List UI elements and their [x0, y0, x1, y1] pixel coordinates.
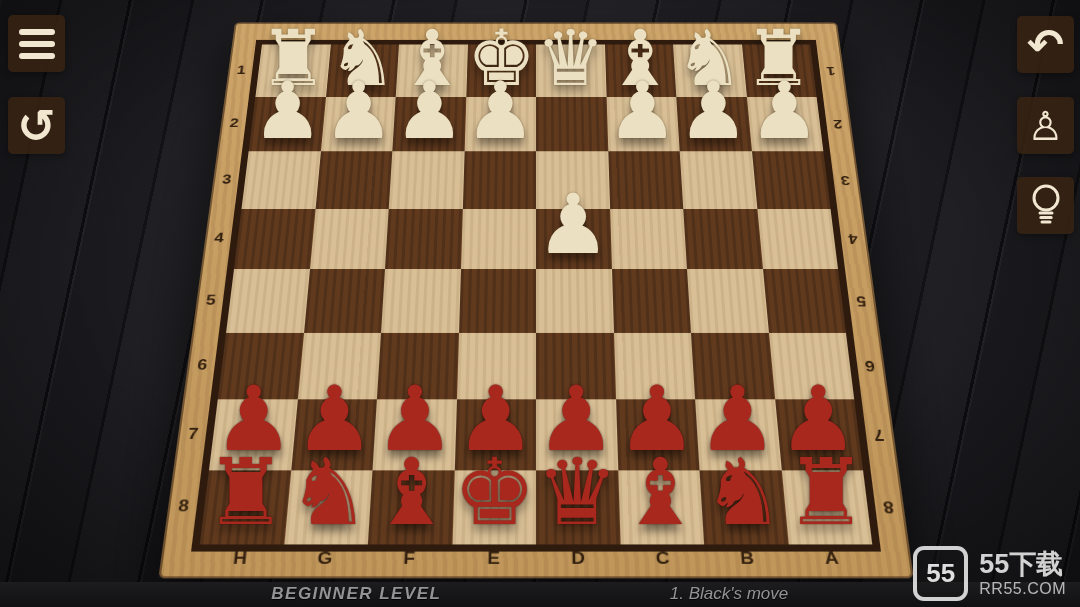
coordinate-label: 5	[855, 292, 867, 309]
rotate-ccw-icon: ↺	[17, 99, 56, 153]
piece-white-pawn[interactable]: ♟	[749, 72, 820, 151]
piece-black-rook[interactable]: ♜	[785, 446, 868, 538]
coordinate-label: 7	[187, 425, 200, 444]
square[interactable]	[385, 209, 462, 269]
square[interactable]	[610, 209, 687, 269]
undo-button[interactable]: ↶	[1017, 16, 1074, 73]
piece-white-pawn[interactable]: ♟	[465, 72, 536, 151]
piece-black-queen[interactable]: ♛	[536, 446, 619, 538]
piece-white-queen[interactable]: ♛	[536, 20, 605, 97]
hamburger-icon	[19, 29, 55, 59]
square[interactable]	[612, 269, 691, 332]
square[interactable]	[226, 269, 309, 332]
choose-side-button[interactable]: ♙	[1017, 97, 1074, 154]
restart-button[interactable]: ↺	[8, 97, 65, 154]
coordinate-label: 8	[177, 497, 190, 517]
square[interactable]	[680, 151, 757, 208]
square[interactable]	[462, 151, 536, 208]
coordinate-label: 8	[882, 497, 895, 517]
coordinate-label: 4	[213, 231, 224, 247]
menu-button[interactable]	[8, 15, 65, 72]
square[interactable]	[234, 209, 315, 269]
pawn-icon: ♙	[1028, 103, 1064, 149]
piece-white-pawn[interactable]: ♟	[678, 72, 749, 151]
piece-black-knight[interactable]: ♞	[287, 446, 370, 538]
coordinate-label: H	[232, 549, 248, 570]
square[interactable]	[242, 151, 321, 208]
lightbulb-icon	[1029, 183, 1063, 229]
coordinate-label: G	[316, 549, 332, 570]
square[interactable]	[304, 269, 385, 332]
watermark: 55 55下载 RR55.COM	[913, 546, 1066, 601]
piece-black-bishop[interactable]: ♝	[619, 446, 702, 538]
coordinate-label: 4	[847, 231, 858, 247]
square[interactable]	[315, 151, 392, 208]
square[interactable]	[310, 209, 389, 269]
coordinate-label: F	[403, 549, 416, 570]
square[interactable]	[536, 269, 613, 332]
coordinate-label: A	[824, 549, 840, 570]
piece-white-pawn[interactable]: ♟	[394, 72, 465, 151]
piece-white-pawn[interactable]: ♟	[607, 72, 678, 151]
hint-button[interactable]	[1017, 177, 1074, 234]
coordinate-label: 1	[825, 63, 836, 77]
coordinate-label: 2	[832, 116, 843, 130]
coordinate-label: 2	[229, 116, 240, 130]
square[interactable]	[459, 269, 536, 332]
difficulty-level-label: BEGINNER LEVEL	[271, 584, 441, 604]
coordinate-label: 3	[221, 172, 232, 187]
coordinate-label: C	[655, 549, 670, 570]
coordinate-label: 3	[840, 172, 851, 187]
coordinate-label: D	[571, 549, 585, 570]
coordinate-label: 7	[873, 425, 886, 444]
piece-black-rook[interactable]: ♜	[205, 446, 288, 538]
square[interactable]	[536, 97, 608, 152]
piece-white-pawn[interactable]: ♟	[323, 72, 394, 151]
square[interactable]	[608, 151, 683, 208]
square[interactable]	[752, 151, 831, 208]
square[interactable]	[461, 209, 537, 269]
coordinate-label: 1	[236, 63, 247, 77]
coordinate-label: 6	[196, 357, 208, 375]
watermark-domain: RR55.COM	[979, 580, 1066, 598]
undo-icon: ↶	[1027, 19, 1064, 70]
square[interactable]	[683, 209, 762, 269]
piece-black-bishop[interactable]: ♝	[370, 446, 453, 538]
coordinate-label: 5	[205, 292, 217, 309]
square[interactable]	[687, 269, 768, 332]
square[interactable]	[381, 269, 460, 332]
watermark-badge: 55	[913, 546, 968, 601]
coordinate-label: B	[740, 549, 755, 570]
piece-white-pawn[interactable]: ♟	[536, 184, 610, 267]
move-indicator-label: 1. Black's move	[670, 584, 789, 604]
square[interactable]	[757, 209, 838, 269]
piece-black-king[interactable]: ♚	[453, 446, 536, 538]
square[interactable]	[389, 151, 464, 208]
piece-black-knight[interactable]: ♞	[702, 446, 785, 538]
square[interactable]	[763, 269, 846, 332]
coordinate-label: 6	[864, 357, 876, 375]
coordinate-label: E	[487, 549, 500, 570]
watermark-title: 55下载	[979, 550, 1066, 580]
piece-white-pawn[interactable]: ♟	[252, 72, 323, 151]
